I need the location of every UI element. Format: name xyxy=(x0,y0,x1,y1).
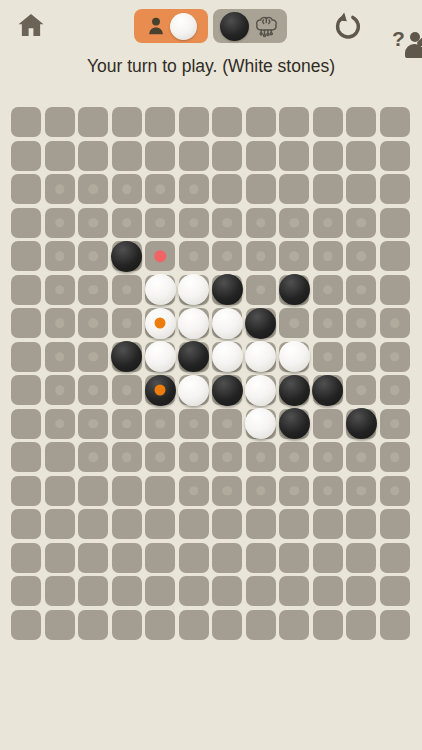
black-stone xyxy=(111,241,142,272)
cell-r7c2[interactable] xyxy=(45,308,75,338)
cell-r7c1[interactable] xyxy=(11,308,41,338)
black-stone xyxy=(178,341,209,372)
playable-hint-dot xyxy=(189,419,199,429)
cell-r1c6[interactable] xyxy=(179,107,209,137)
cell-r12c12[interactable] xyxy=(380,476,410,506)
cell-r15c11[interactable] xyxy=(346,576,376,606)
playable-hint-dot xyxy=(55,251,65,261)
cell-r5c12[interactable] xyxy=(380,241,410,271)
cell-r14c5[interactable] xyxy=(145,543,175,573)
cell-r8c11[interactable] xyxy=(346,342,376,372)
playable-hint-dot xyxy=(88,285,98,295)
cell-r13c9[interactable] xyxy=(279,509,309,539)
playable-hint-dot xyxy=(122,385,132,395)
cell-r15c6[interactable] xyxy=(179,576,209,606)
cell-r6c6[interactable] xyxy=(179,275,209,305)
playable-hint-dot xyxy=(356,218,366,228)
playable-hint-dot xyxy=(88,218,98,228)
playable-hint-dot xyxy=(88,385,98,395)
cell-r13c7[interactable] xyxy=(212,509,242,539)
playable-hint-dot xyxy=(55,318,65,328)
cell-r14c12[interactable] xyxy=(380,543,410,573)
cell-r1c12[interactable] xyxy=(380,107,410,137)
cell-r5c9[interactable] xyxy=(279,241,309,271)
cell-r14c1[interactable] xyxy=(11,543,41,573)
white-stone-icon xyxy=(170,13,197,40)
suggested-move-marker xyxy=(154,250,166,262)
cell-r9c4[interactable] xyxy=(112,375,142,405)
playable-hint-dot xyxy=(55,419,65,429)
cell-r8c4[interactable] xyxy=(112,342,142,372)
playable-hint-dot xyxy=(55,385,65,395)
white-stone xyxy=(178,375,209,406)
cell-r6c3[interactable] xyxy=(78,275,108,305)
cell-r3c7[interactable] xyxy=(212,174,242,204)
playable-hint-dot xyxy=(88,184,98,194)
cell-r6c7[interactable] xyxy=(212,275,242,305)
cell-r12c6[interactable] xyxy=(179,476,209,506)
cell-r2c3[interactable] xyxy=(78,141,108,171)
playable-hint-dot xyxy=(55,285,65,295)
cell-r2c10[interactable] xyxy=(313,141,343,171)
cell-r15c9[interactable] xyxy=(279,576,309,606)
cell-r6c4[interactable] xyxy=(112,275,142,305)
hint-button[interactable]: ? xyxy=(368,9,412,45)
playable-hint-dot xyxy=(256,218,266,228)
cell-r3c9[interactable] xyxy=(279,174,309,204)
cell-r10c2[interactable] xyxy=(45,409,75,439)
playable-hint-dot xyxy=(323,218,333,228)
cell-r5c7[interactable] xyxy=(212,241,242,271)
cell-r16c10[interactable] xyxy=(313,610,343,640)
playable-hint-dot xyxy=(55,218,65,228)
cell-r8c5[interactable] xyxy=(145,342,175,372)
cell-r7c10[interactable] xyxy=(313,308,343,338)
cell-r6c11[interactable] xyxy=(346,275,376,305)
restart-button[interactable] xyxy=(330,11,364,43)
playable-hint-dot xyxy=(122,452,132,462)
white-stone xyxy=(245,408,276,439)
playable-hint-dot xyxy=(122,218,132,228)
cell-r5c2[interactable] xyxy=(45,241,75,271)
cell-r7c6[interactable] xyxy=(179,308,209,338)
playable-hint-dot xyxy=(55,184,65,194)
header: ? xyxy=(0,0,422,52)
playable-hint-dot xyxy=(390,385,400,395)
playable-hint-dot xyxy=(289,318,299,328)
playable-hint-dot xyxy=(189,218,199,228)
cell-r11c2[interactable] xyxy=(45,442,75,472)
playable-hint-dot xyxy=(222,486,232,496)
status-message: Your turn to play. (White stones) xyxy=(0,56,422,77)
white-stone xyxy=(245,341,276,372)
restart-icon xyxy=(331,11,363,43)
cell-r12c1[interactable] xyxy=(11,476,41,506)
cell-r12c4[interactable] xyxy=(112,476,142,506)
white-stone xyxy=(245,375,276,406)
cell-r16c4[interactable] xyxy=(112,610,142,640)
playable-hint-dot xyxy=(356,251,366,261)
cell-r5c3[interactable] xyxy=(78,241,108,271)
cell-r8c10[interactable] xyxy=(313,342,343,372)
cell-r11c7[interactable] xyxy=(212,442,242,472)
playable-hint-dot xyxy=(390,352,400,362)
white-stone xyxy=(212,308,243,339)
playable-hint-dot xyxy=(289,486,299,496)
cell-r4c11[interactable] xyxy=(346,208,376,238)
cell-r16c6[interactable] xyxy=(179,610,209,640)
playable-hint-dot xyxy=(356,285,366,295)
cell-r3c12[interactable] xyxy=(380,174,410,204)
cell-r9c12[interactable] xyxy=(380,375,410,405)
cell-r7c11[interactable] xyxy=(346,308,376,338)
cell-r12c5[interactable] xyxy=(145,476,175,506)
cell-r11c11[interactable] xyxy=(346,442,376,472)
cell-r2c7[interactable] xyxy=(212,141,242,171)
cell-r9c1[interactable] xyxy=(11,375,41,405)
cell-r7c7[interactable] xyxy=(212,308,242,338)
cell-r10c4[interactable] xyxy=(112,409,142,439)
cell-r9c11[interactable] xyxy=(346,375,376,405)
cell-r11c10[interactable] xyxy=(313,442,343,472)
playable-hint-dot xyxy=(189,251,199,261)
cell-r16c11[interactable] xyxy=(346,610,376,640)
playable-hint-dot xyxy=(390,486,400,496)
cell-r4c1[interactable] xyxy=(11,208,41,238)
playable-hint-dot xyxy=(122,184,132,194)
cell-r15c12[interactable] xyxy=(380,576,410,606)
black-stone-icon xyxy=(220,12,249,41)
cell-r8c2[interactable] xyxy=(45,342,75,372)
cell-r14c3[interactable] xyxy=(78,543,108,573)
cell-r1c4[interactable] xyxy=(112,107,142,137)
white-stone xyxy=(178,308,209,339)
cell-r1c5[interactable] xyxy=(145,107,175,137)
cell-r2c6[interactable] xyxy=(179,141,209,171)
playable-hint-dot xyxy=(256,285,266,295)
cell-r12c9[interactable] xyxy=(279,476,309,506)
cell-r2c4[interactable] xyxy=(112,141,142,171)
cell-r7c12[interactable] xyxy=(380,308,410,338)
cell-r16c5[interactable] xyxy=(145,610,175,640)
cell-r7c9[interactable] xyxy=(279,308,309,338)
cell-r13c10[interactable] xyxy=(313,509,343,539)
cell-r15c10[interactable] xyxy=(313,576,343,606)
playable-hint-dot xyxy=(55,352,65,362)
cell-r1c11[interactable] xyxy=(346,107,376,137)
cell-r7c8[interactable] xyxy=(246,308,276,338)
cell-r11c5[interactable] xyxy=(145,442,175,472)
playable-hint-dot xyxy=(256,486,266,496)
cell-r1c3[interactable] xyxy=(78,107,108,137)
playable-hint-dot xyxy=(323,486,333,496)
cell-r9c2[interactable] xyxy=(45,375,75,405)
playable-hint-dot xyxy=(122,285,132,295)
cell-r4c8[interactable] xyxy=(246,208,276,238)
human-plays-white-button[interactable] xyxy=(134,9,208,43)
cell-r4c3[interactable] xyxy=(78,208,108,238)
playable-hint-dot xyxy=(356,352,366,362)
cell-r14c2[interactable] xyxy=(45,543,75,573)
cell-r14c10[interactable] xyxy=(313,543,343,573)
playable-hint-dot xyxy=(222,452,232,462)
cell-r14c4[interactable] xyxy=(112,543,142,573)
cell-r6c9[interactable] xyxy=(279,275,309,305)
cell-r12c8[interactable] xyxy=(246,476,276,506)
cell-r1c7[interactable] xyxy=(212,107,242,137)
cell-r7c4[interactable] xyxy=(112,308,142,338)
cell-r12c11[interactable] xyxy=(346,476,376,506)
cell-r9c10[interactable] xyxy=(313,375,343,405)
cell-r3c5[interactable] xyxy=(145,174,175,204)
cell-r11c8[interactable] xyxy=(246,442,276,472)
cell-r16c12[interactable] xyxy=(380,610,410,640)
cell-r9c8[interactable] xyxy=(246,375,276,405)
cell-r6c5[interactable] xyxy=(145,275,175,305)
gomoku-board xyxy=(11,107,410,640)
cell-r12c7[interactable] xyxy=(212,476,242,506)
black-stone xyxy=(111,341,142,372)
playable-hint-dot xyxy=(122,419,132,429)
cell-r4c10[interactable] xyxy=(313,208,343,238)
playable-hint-dot xyxy=(390,419,400,429)
playable-hint-dot xyxy=(289,251,299,261)
cell-r6c1[interactable] xyxy=(11,275,41,305)
cell-r11c6[interactable] xyxy=(179,442,209,472)
cell-r13c2[interactable] xyxy=(45,509,75,539)
cell-r6c10[interactable] xyxy=(313,275,343,305)
cell-r2c5[interactable] xyxy=(145,141,175,171)
black-stone xyxy=(279,274,310,305)
cell-r2c1[interactable] xyxy=(11,141,41,171)
cell-r8c6[interactable] xyxy=(179,342,209,372)
cell-r15c2[interactable] xyxy=(45,576,75,606)
cell-r11c4[interactable] xyxy=(112,442,142,472)
cell-r13c6[interactable] xyxy=(179,509,209,539)
cell-r1c8[interactable] xyxy=(246,107,276,137)
cell-r4c4[interactable] xyxy=(112,208,142,238)
playable-hint-dot xyxy=(189,452,199,462)
white-stone xyxy=(279,341,310,372)
playable-hint-dot xyxy=(323,452,333,462)
cell-r3c2[interactable] xyxy=(45,174,75,204)
cell-r5c6[interactable] xyxy=(179,241,209,271)
cell-r4c7[interactable] xyxy=(212,208,242,238)
cell-r2c8[interactable] xyxy=(246,141,276,171)
cell-r15c5[interactable] xyxy=(145,576,175,606)
cell-r5c4[interactable] xyxy=(112,241,142,271)
cell-r12c10[interactable] xyxy=(313,476,343,506)
cell-r15c8[interactable] xyxy=(246,576,276,606)
cell-r3c3[interactable] xyxy=(78,174,108,204)
cell-r8c8[interactable] xyxy=(246,342,276,372)
playable-hint-dot xyxy=(189,184,199,194)
cell-r13c1[interactable] xyxy=(11,509,41,539)
cell-r8c12[interactable] xyxy=(380,342,410,372)
cell-r2c9[interactable] xyxy=(279,141,309,171)
playable-hint-dot xyxy=(323,419,333,429)
cell-r4c6[interactable] xyxy=(179,208,209,238)
playable-hint-dot xyxy=(289,452,299,462)
cell-r11c12[interactable] xyxy=(380,442,410,472)
playable-hint-dot xyxy=(256,452,266,462)
cell-r6c12[interactable] xyxy=(380,275,410,305)
cell-r6c8[interactable] xyxy=(246,275,276,305)
cell-r1c2[interactable] xyxy=(45,107,75,137)
white-stone xyxy=(145,341,176,372)
playable-hint-dot xyxy=(390,318,400,328)
cell-r16c8[interactable] xyxy=(246,610,276,640)
black-stone xyxy=(279,408,310,439)
white-stone xyxy=(178,274,209,305)
playable-hint-dot xyxy=(323,352,333,362)
cell-r10c11[interactable] xyxy=(346,409,376,439)
cell-r3c8[interactable] xyxy=(246,174,276,204)
person-icon xyxy=(145,15,167,37)
cell-r16c7[interactable] xyxy=(212,610,242,640)
playable-hint-dot xyxy=(155,419,165,429)
cell-r3c6[interactable] xyxy=(179,174,209,204)
playable-hint-dot xyxy=(222,419,232,429)
black-stone xyxy=(212,274,243,305)
cell-r12c2[interactable] xyxy=(45,476,75,506)
cell-r14c6[interactable] xyxy=(179,543,209,573)
cell-r8c3[interactable] xyxy=(78,342,108,372)
playable-hint-dot xyxy=(356,486,366,496)
cell-r16c2[interactable] xyxy=(45,610,75,640)
white-stone xyxy=(212,341,243,372)
cell-r13c12[interactable] xyxy=(380,509,410,539)
cell-r11c1[interactable] xyxy=(11,442,41,472)
cell-r10c3[interactable] xyxy=(78,409,108,439)
side-selector xyxy=(134,9,287,43)
cell-r5c11[interactable] xyxy=(346,241,376,271)
playable-hint-dot xyxy=(155,184,165,194)
cell-r5c1[interactable] xyxy=(11,241,41,271)
cell-r11c3[interactable] xyxy=(78,442,108,472)
cell-r10c5[interactable] xyxy=(145,409,175,439)
playable-hint-dot xyxy=(222,218,232,228)
cell-r15c4[interactable] xyxy=(112,576,142,606)
cell-r13c11[interactable] xyxy=(346,509,376,539)
playable-hint-dot xyxy=(289,218,299,228)
cell-r9c3[interactable] xyxy=(78,375,108,405)
cell-r3c11[interactable] xyxy=(346,174,376,204)
playable-hint-dot xyxy=(323,251,333,261)
cell-r8c1[interactable] xyxy=(11,342,41,372)
cell-r14c11[interactable] xyxy=(346,543,376,573)
white-stone xyxy=(145,308,176,339)
playable-hint-dot xyxy=(323,285,333,295)
playable-hint-dot xyxy=(155,452,165,462)
cell-r2c11[interactable] xyxy=(346,141,376,171)
cell-r11c9[interactable] xyxy=(279,442,309,472)
ai-brain-icon xyxy=(252,13,280,40)
cell-r14c9[interactable] xyxy=(279,543,309,573)
cell-r5c8[interactable] xyxy=(246,241,276,271)
cell-r13c3[interactable] xyxy=(78,509,108,539)
cell-r6c2[interactable] xyxy=(45,275,75,305)
cell-r3c10[interactable] xyxy=(313,174,343,204)
cell-r10c10[interactable] xyxy=(313,409,343,439)
playable-hint-dot xyxy=(222,251,232,261)
cell-r3c4[interactable] xyxy=(112,174,142,204)
black-stone xyxy=(346,408,377,439)
cell-r12c3[interactable] xyxy=(78,476,108,506)
cell-r4c12[interactable] xyxy=(380,208,410,238)
cell-r15c1[interactable] xyxy=(11,576,41,606)
home-icon xyxy=(16,10,46,40)
cell-r10c12[interactable] xyxy=(380,409,410,439)
cell-r2c2[interactable] xyxy=(45,141,75,171)
cell-r15c3[interactable] xyxy=(78,576,108,606)
playable-hint-dot xyxy=(356,452,366,462)
cell-r9c9[interactable] xyxy=(279,375,309,405)
cell-r10c8[interactable] xyxy=(246,409,276,439)
cell-r16c3[interactable] xyxy=(78,610,108,640)
cell-r14c8[interactable] xyxy=(246,543,276,573)
last-move-marker xyxy=(155,385,166,396)
cell-r10c1[interactable] xyxy=(11,409,41,439)
cell-r5c5[interactable] xyxy=(145,241,175,271)
cell-r1c1[interactable] xyxy=(11,107,41,137)
playable-hint-dot xyxy=(88,352,98,362)
black-stone xyxy=(245,308,276,339)
playable-hint-dot xyxy=(189,486,199,496)
cell-r9c7[interactable] xyxy=(212,375,242,405)
playable-hint-dot xyxy=(356,385,366,395)
cell-r3c1[interactable] xyxy=(11,174,41,204)
black-stone xyxy=(312,375,343,406)
cell-r1c10[interactable] xyxy=(313,107,343,137)
playable-hint-dot xyxy=(390,452,400,462)
cell-r10c7[interactable] xyxy=(212,409,242,439)
cell-r14c7[interactable] xyxy=(212,543,242,573)
cell-r8c9[interactable] xyxy=(279,342,309,372)
cell-r7c5[interactable] xyxy=(145,308,175,338)
cell-r10c9[interactable] xyxy=(279,409,309,439)
cell-r15c7[interactable] xyxy=(212,576,242,606)
playable-hint-dot xyxy=(356,318,366,328)
cell-r9c6[interactable] xyxy=(179,375,209,405)
cell-r13c5[interactable] xyxy=(145,509,175,539)
black-stone xyxy=(145,375,176,406)
cell-r4c2[interactable] xyxy=(45,208,75,238)
cell-r8c7[interactable] xyxy=(212,342,242,372)
cell-r5c10[interactable] xyxy=(313,241,343,271)
cell-r16c1[interactable] xyxy=(11,610,41,640)
playable-hint-dot xyxy=(88,251,98,261)
cell-r13c4[interactable] xyxy=(112,509,142,539)
cell-r13c8[interactable] xyxy=(246,509,276,539)
cell-r9c5[interactable] xyxy=(145,375,175,405)
playable-hint-dot xyxy=(88,318,98,328)
home-button[interactable] xyxy=(15,10,47,42)
cell-r1c9[interactable] xyxy=(279,107,309,137)
cell-r10c6[interactable] xyxy=(179,409,209,439)
cell-r4c9[interactable] xyxy=(279,208,309,238)
playable-hint-dot xyxy=(88,452,98,462)
playable-hint-dot xyxy=(155,218,165,228)
white-stone xyxy=(145,274,176,305)
cell-r4c5[interactable] xyxy=(145,208,175,238)
black-stone xyxy=(279,375,310,406)
cell-r7c3[interactable] xyxy=(78,308,108,338)
cell-r2c12[interactable] xyxy=(380,141,410,171)
ai-plays-black-button[interactable] xyxy=(213,9,287,43)
last-move-marker xyxy=(155,318,166,329)
cell-r16c9[interactable] xyxy=(279,610,309,640)
